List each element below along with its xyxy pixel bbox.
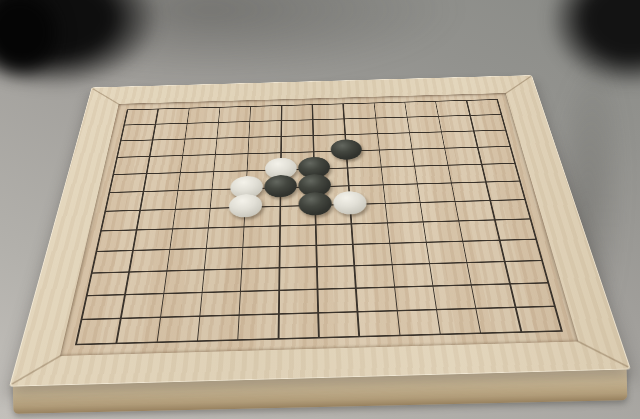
grid-line-vertical bbox=[197, 107, 221, 342]
grid-line-vertical bbox=[278, 105, 282, 339]
white-stone[interactable] bbox=[228, 194, 262, 218]
grid-line-vertical bbox=[75, 109, 128, 345]
grid-line-vertical bbox=[156, 108, 190, 343]
grid-line-vertical bbox=[116, 109, 159, 344]
white-stone[interactable] bbox=[333, 191, 368, 215]
desk-background bbox=[0, 0, 640, 419]
grid-line-vertical bbox=[404, 102, 441, 335]
grid-line-vertical bbox=[373, 103, 400, 336]
black-stone[interactable] bbox=[264, 175, 297, 198]
black-stone[interactable] bbox=[298, 192, 332, 216]
frame-miter-joint bbox=[502, 76, 532, 96]
grid-line-vertical bbox=[312, 104, 320, 338]
goban-surface bbox=[60, 93, 578, 356]
go-board bbox=[9, 75, 631, 387]
grid-line-vertical bbox=[237, 106, 251, 341]
black-stone[interactable] bbox=[330, 139, 362, 160]
